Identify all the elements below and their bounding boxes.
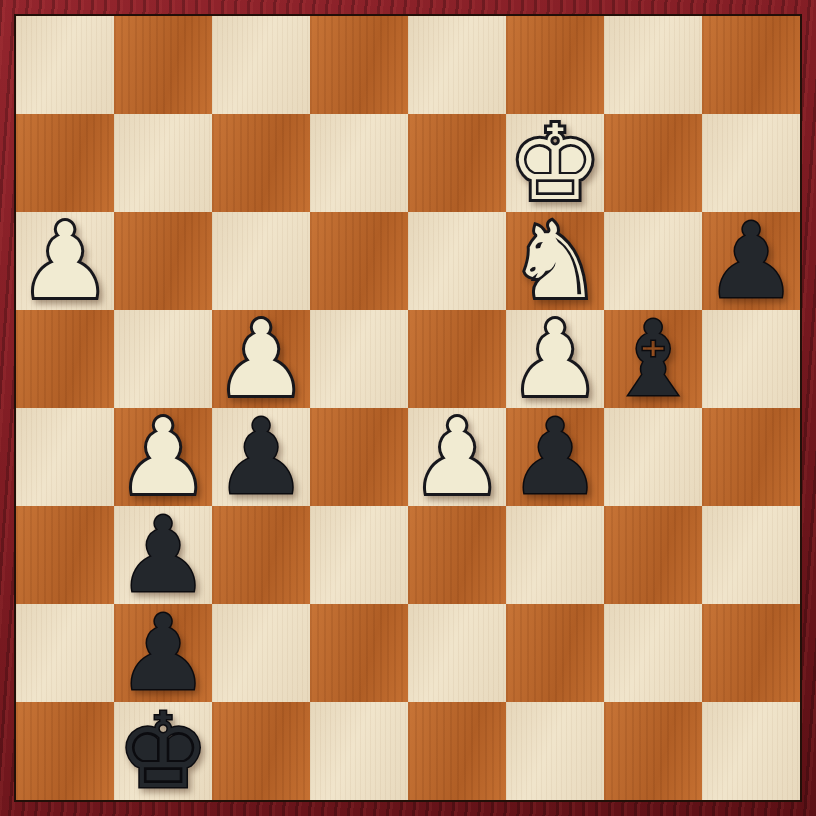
square-b2[interactable]: ♟ (114, 604, 212, 702)
square-b6[interactable] (114, 212, 212, 310)
square-a4[interactable] (16, 408, 114, 506)
square-e8[interactable] (408, 16, 506, 114)
square-d2[interactable] (310, 604, 408, 702)
square-b4[interactable]: ♟ (114, 408, 212, 506)
square-g6[interactable] (604, 212, 702, 310)
square-g2[interactable] (604, 604, 702, 702)
square-c1[interactable] (212, 702, 310, 800)
square-f7[interactable]: ♚ (506, 114, 604, 212)
square-f6[interactable]: ♞ (506, 212, 604, 310)
square-g7[interactable] (604, 114, 702, 212)
square-c2[interactable] (212, 604, 310, 702)
square-c3[interactable] (212, 506, 310, 604)
square-e2[interactable] (408, 604, 506, 702)
square-c5[interactable]: ♟ (212, 310, 310, 408)
square-e1[interactable] (408, 702, 506, 800)
square-d3[interactable] (310, 506, 408, 604)
square-g4[interactable] (604, 408, 702, 506)
square-d7[interactable] (310, 114, 408, 212)
white-king-piece: ♚ (508, 114, 601, 212)
square-a7[interactable] (16, 114, 114, 212)
square-a8[interactable] (16, 16, 114, 114)
square-f8[interactable] (506, 16, 604, 114)
square-g1[interactable] (604, 702, 702, 800)
square-h6[interactable]: ♟ (702, 212, 800, 310)
square-d4[interactable] (310, 408, 408, 506)
black-pawn-piece: ♟ (508, 408, 601, 506)
square-e3[interactable] (408, 506, 506, 604)
black-bishop-piece: ♝ (606, 310, 699, 408)
square-f2[interactable] (506, 604, 604, 702)
square-f4[interactable]: ♟ (506, 408, 604, 506)
chess-board: ♚♟♞♟♟♟♝♟♟♟♟♟♟♚ (14, 14, 802, 802)
square-h8[interactable] (702, 16, 800, 114)
square-g3[interactable] (604, 506, 702, 604)
square-c4[interactable]: ♟ (212, 408, 310, 506)
square-e7[interactable] (408, 114, 506, 212)
board-frame: ♚♟♞♟♟♟♝♟♟♟♟♟♟♚ (0, 0, 816, 816)
square-a3[interactable] (16, 506, 114, 604)
square-h7[interactable] (702, 114, 800, 212)
white-knight-piece: ♞ (508, 212, 601, 310)
white-pawn-piece: ♟ (410, 408, 503, 506)
square-d1[interactable] (310, 702, 408, 800)
square-b7[interactable] (114, 114, 212, 212)
square-h5[interactable] (702, 310, 800, 408)
black-pawn-piece: ♟ (116, 506, 209, 604)
square-a1[interactable] (16, 702, 114, 800)
square-a6[interactable]: ♟ (16, 212, 114, 310)
square-e6[interactable] (408, 212, 506, 310)
square-h4[interactable] (702, 408, 800, 506)
black-pawn-piece: ♟ (704, 212, 797, 310)
square-g8[interactable] (604, 16, 702, 114)
black-pawn-piece: ♟ (116, 604, 209, 702)
square-a2[interactable] (16, 604, 114, 702)
square-h2[interactable] (702, 604, 800, 702)
square-b8[interactable] (114, 16, 212, 114)
square-h1[interactable] (702, 702, 800, 800)
square-e5[interactable] (408, 310, 506, 408)
square-f1[interactable] (506, 702, 604, 800)
black-king-piece: ♚ (116, 702, 209, 800)
square-b5[interactable] (114, 310, 212, 408)
square-b1[interactable]: ♚ (114, 702, 212, 800)
square-f5[interactable]: ♟ (506, 310, 604, 408)
square-g5[interactable]: ♝ (604, 310, 702, 408)
square-c8[interactable] (212, 16, 310, 114)
square-d8[interactable] (310, 16, 408, 114)
square-h3[interactable] (702, 506, 800, 604)
square-a5[interactable] (16, 310, 114, 408)
square-c6[interactable] (212, 212, 310, 310)
white-pawn-piece: ♟ (116, 408, 209, 506)
white-pawn-piece: ♟ (214, 310, 307, 408)
square-f3[interactable] (506, 506, 604, 604)
white-pawn-piece: ♟ (18, 212, 111, 310)
white-pawn-piece: ♟ (508, 310, 601, 408)
square-e4[interactable]: ♟ (408, 408, 506, 506)
square-b3[interactable]: ♟ (114, 506, 212, 604)
square-c7[interactable] (212, 114, 310, 212)
square-d6[interactable] (310, 212, 408, 310)
black-pawn-piece: ♟ (214, 408, 307, 506)
square-d5[interactable] (310, 310, 408, 408)
